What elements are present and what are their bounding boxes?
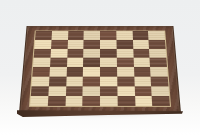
- square-b4[interactable]: [49, 67, 66, 76]
- square-a2[interactable]: [31, 86, 49, 96]
- square-h6[interactable]: [149, 49, 166, 58]
- square-h7[interactable]: [149, 40, 166, 49]
- square-c4[interactable]: [66, 67, 83, 76]
- square-e3[interactable]: [100, 76, 117, 86]
- square-e1[interactable]: [100, 96, 117, 106]
- square-b2[interactable]: [48, 86, 66, 96]
- square-h5[interactable]: [150, 58, 167, 67]
- square-b5[interactable]: [50, 58, 67, 67]
- square-f6[interactable]: [116, 49, 133, 58]
- square-e5[interactable]: [100, 58, 117, 67]
- square-h3[interactable]: [151, 76, 169, 86]
- square-f1[interactable]: [117, 96, 135, 106]
- square-a1[interactable]: [30, 96, 48, 106]
- square-a7[interactable]: [34, 40, 51, 49]
- square-f7[interactable]: [116, 40, 133, 49]
- board-grid: [29, 31, 171, 107]
- square-g8[interactable]: [132, 31, 149, 40]
- square-h8[interactable]: [148, 31, 165, 40]
- square-a6[interactable]: [34, 49, 51, 58]
- square-c7[interactable]: [67, 40, 84, 49]
- square-f3[interactable]: [117, 76, 134, 86]
- square-g1[interactable]: [135, 96, 153, 106]
- square-d5[interactable]: [83, 58, 100, 67]
- square-d1[interactable]: [83, 96, 100, 106]
- square-a3[interactable]: [32, 76, 50, 86]
- square-f4[interactable]: [117, 67, 134, 76]
- square-d7[interactable]: [84, 40, 100, 49]
- square-a5[interactable]: [33, 58, 50, 67]
- square-c5[interactable]: [67, 58, 84, 67]
- square-b8[interactable]: [51, 31, 68, 40]
- square-c3[interactable]: [66, 76, 83, 86]
- square-g3[interactable]: [134, 76, 151, 86]
- square-h1[interactable]: [152, 96, 170, 106]
- photo-background: [0, 0, 200, 135]
- square-h4[interactable]: [150, 67, 167, 76]
- square-g7[interactable]: [132, 40, 149, 49]
- square-f8[interactable]: [116, 31, 132, 40]
- square-e7[interactable]: [100, 40, 116, 49]
- square-d2[interactable]: [83, 86, 100, 96]
- square-c6[interactable]: [67, 49, 84, 58]
- square-g6[interactable]: [133, 49, 150, 58]
- square-d8[interactable]: [84, 31, 100, 40]
- square-b3[interactable]: [49, 76, 66, 86]
- square-f2[interactable]: [117, 86, 134, 96]
- square-h2[interactable]: [151, 86, 169, 96]
- square-a4[interactable]: [32, 67, 49, 76]
- square-d4[interactable]: [83, 67, 100, 76]
- square-e6[interactable]: [100, 49, 117, 58]
- square-d6[interactable]: [83, 49, 100, 58]
- chessboard: [19, 26, 181, 112]
- square-d3[interactable]: [83, 76, 100, 86]
- square-b7[interactable]: [51, 40, 68, 49]
- square-b1[interactable]: [48, 96, 66, 106]
- square-g2[interactable]: [134, 86, 152, 96]
- square-e2[interactable]: [100, 86, 117, 96]
- square-c2[interactable]: [65, 86, 82, 96]
- square-g5[interactable]: [133, 58, 150, 67]
- square-a8[interactable]: [35, 31, 52, 40]
- board-frame: [19, 26, 181, 112]
- square-c1[interactable]: [65, 96, 83, 106]
- square-c8[interactable]: [68, 31, 84, 40]
- square-g4[interactable]: [134, 67, 151, 76]
- square-e4[interactable]: [100, 67, 117, 76]
- square-f5[interactable]: [117, 58, 134, 67]
- square-b6[interactable]: [50, 49, 67, 58]
- square-e8[interactable]: [100, 31, 116, 40]
